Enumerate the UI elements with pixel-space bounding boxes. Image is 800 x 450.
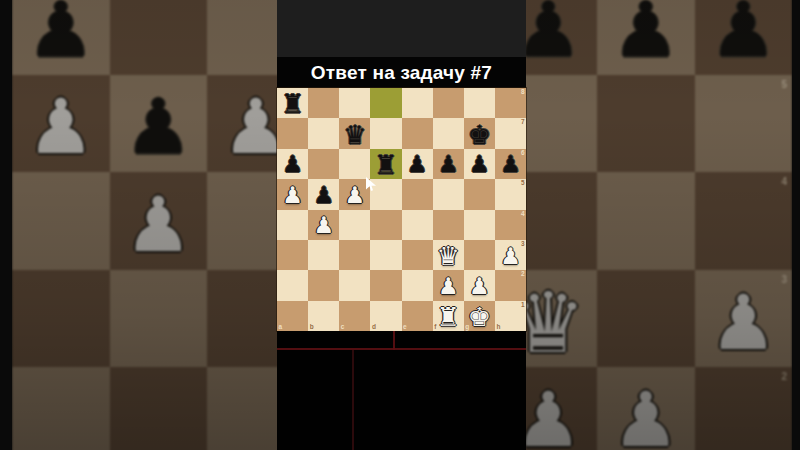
black-queen: ♛	[343, 122, 366, 148]
square-e8	[402, 88, 433, 118]
square-a2	[12, 367, 110, 450]
square-b5: ♟	[308, 179, 339, 209]
black-pawn: ♟	[469, 153, 490, 176]
square-h4: 4	[695, 172, 793, 270]
coord-label: 8	[521, 89, 525, 96]
white-rook: ♜	[437, 304, 460, 330]
square-b6	[110, 0, 208, 75]
square-f2: ♟	[433, 270, 464, 300]
square-f5	[433, 179, 464, 209]
square-g8	[464, 88, 495, 118]
square-e4	[402, 210, 433, 240]
coord-label: f	[434, 324, 436, 331]
square-c2	[339, 270, 370, 300]
black-king: ♚	[468, 122, 491, 148]
square-c7: ♛	[339, 118, 370, 148]
coord-label: 4	[781, 176, 787, 187]
square-a8: ♜	[277, 88, 308, 118]
white-pawn: ♟	[124, 187, 192, 263]
square-f4	[433, 210, 464, 240]
square-g2: ♟	[597, 367, 695, 450]
white-pawn: ♟	[313, 214, 334, 237]
square-f1: ♜f	[433, 301, 464, 331]
square-b4: ♟	[110, 172, 208, 270]
square-c4	[339, 210, 370, 240]
square-h5: 5	[695, 75, 793, 173]
square-a5: ♟	[12, 75, 110, 173]
square-g4	[464, 210, 495, 240]
square-a3	[277, 240, 308, 270]
square-h8: 8	[495, 88, 526, 118]
black-pawn: ♟	[612, 0, 680, 68]
black-rook: ♜	[374, 152, 397, 178]
square-g6: ♟	[597, 0, 695, 75]
square-e1: e	[402, 301, 433, 331]
black-pawn: ♟	[500, 153, 521, 176]
coord-label: h	[496, 324, 500, 331]
square-g1: ♚g	[464, 301, 495, 331]
square-d2	[370, 270, 401, 300]
square-g3	[597, 270, 695, 368]
square-a5: ♟	[277, 179, 308, 209]
coord-label: e	[403, 324, 407, 331]
square-g5	[597, 75, 695, 173]
square-d8	[370, 88, 401, 118]
square-b3	[110, 270, 208, 368]
square-h6: ♟6	[495, 149, 526, 179]
bottom-panel	[277, 331, 526, 450]
coord-label: 3	[781, 274, 787, 285]
square-a6: ♟	[12, 0, 110, 75]
square-a6: ♟	[277, 149, 308, 179]
square-a4	[12, 172, 110, 270]
square-h3: ♟3	[495, 240, 526, 270]
puzzle-panel: Ответ на задачу #7 ♜8♛♚7♟♜♟♟♟♟6♟♟♟5♟4♛♟3…	[277, 0, 526, 450]
square-g7: ♚	[464, 118, 495, 148]
coord-label: b	[310, 324, 314, 331]
square-a3	[12, 270, 110, 368]
white-pawn: ♟	[438, 275, 459, 298]
square-a7	[277, 118, 308, 148]
square-g4	[597, 172, 695, 270]
square-h2: 2	[495, 270, 526, 300]
square-b7	[308, 118, 339, 148]
square-e2	[402, 270, 433, 300]
top-spacer	[277, 0, 526, 57]
square-c6	[339, 149, 370, 179]
square-a4	[277, 210, 308, 240]
coord-label: 5	[781, 79, 787, 90]
square-e5	[402, 179, 433, 209]
square-b2	[110, 367, 208, 450]
red-line-vertical-long	[352, 350, 354, 450]
square-b3	[308, 240, 339, 270]
square-h4: 4	[495, 210, 526, 240]
red-line-horizontal	[277, 348, 526, 350]
white-pawn: ♟	[612, 382, 680, 450]
white-pawn: ♟	[27, 89, 95, 165]
square-h6: ♟	[695, 0, 793, 75]
square-h5: 5	[495, 179, 526, 209]
white-queen: ♛	[437, 243, 460, 269]
square-h3: ♟3	[695, 270, 793, 368]
square-d4	[370, 210, 401, 240]
square-f8	[433, 88, 464, 118]
square-d1: d	[370, 301, 401, 331]
white-pawn: ♟	[469, 275, 490, 298]
coord-label: a	[279, 324, 283, 331]
square-e3	[402, 240, 433, 270]
square-d5	[370, 179, 401, 209]
square-d3	[370, 240, 401, 270]
black-pawn: ♟	[438, 153, 459, 176]
square-d6: ♜	[370, 149, 401, 179]
square-f7	[433, 118, 464, 148]
square-c3	[339, 240, 370, 270]
square-g5	[464, 179, 495, 209]
square-c8	[339, 88, 370, 118]
square-b1: b	[308, 301, 339, 331]
white-pawn: ♟	[345, 184, 366, 207]
black-pawn: ♟	[709, 0, 777, 68]
square-b6	[308, 149, 339, 179]
red-line-vertical-short	[393, 331, 395, 350]
coord-label: 3	[521, 241, 525, 248]
square-h2: 2	[695, 367, 793, 450]
coord-label: g	[465, 324, 469, 331]
black-pawn: ♟	[282, 153, 303, 176]
black-rook: ♜	[281, 91, 304, 117]
coord-label: 4	[521, 211, 525, 218]
coord-label: 7	[521, 119, 525, 126]
square-b5: ♟	[110, 75, 208, 173]
white-pawn: ♟	[500, 245, 521, 268]
white-king: ♚	[468, 304, 491, 330]
square-d7	[370, 118, 401, 148]
square-h1: h1	[495, 301, 526, 331]
square-a2	[277, 270, 308, 300]
coord-label: d	[372, 324, 376, 331]
square-b2	[308, 270, 339, 300]
square-e6: ♟	[402, 149, 433, 179]
square-c5: ♟	[339, 179, 370, 209]
white-pawn: ♟	[709, 285, 777, 361]
square-b4: ♟	[308, 210, 339, 240]
black-pawn: ♟	[27, 0, 95, 68]
square-a1: a	[277, 301, 308, 331]
black-pawn: ♟	[124, 89, 192, 165]
square-b8	[308, 88, 339, 118]
left-edge-strip	[0, 0, 12, 450]
coord-label: 5	[521, 180, 525, 187]
coord-label: c	[341, 324, 345, 331]
white-pawn: ♟	[282, 184, 303, 207]
right-edge-strip	[792, 0, 800, 450]
chess-board: ♜8♛♚7♟♜♟♟♟♟6♟♟♟5♟4♛♟3♟♟2abcde♜f♚gh1	[277, 88, 526, 331]
coord-label: 2	[781, 371, 787, 382]
black-pawn: ♟	[313, 184, 334, 207]
square-g3	[464, 240, 495, 270]
square-f6: ♟	[433, 149, 464, 179]
coord-label: 2	[521, 271, 525, 278]
black-pawn: ♟	[407, 153, 428, 176]
square-f3: ♛	[433, 240, 464, 270]
square-g6: ♟	[464, 149, 495, 179]
coord-label: 1	[521, 302, 525, 309]
square-e7	[402, 118, 433, 148]
video-frame[interactable]: ♟♜♟♟♟♟♟♟♟5♟4♛♟3♟♟2 Ответ на задачу #7 ♜8…	[0, 0, 800, 450]
video-title: Ответ на задачу #7	[277, 57, 526, 88]
square-g2: ♟	[464, 270, 495, 300]
square-c1: c	[339, 301, 370, 331]
coord-label: 6	[521, 150, 525, 157]
square-h7: 7	[495, 118, 526, 148]
